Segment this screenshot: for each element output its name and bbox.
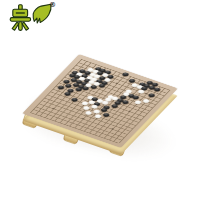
brand-logo: ® (9, 3, 57, 33)
product-photo-canvas: ® (0, 0, 200, 200)
registered-trademark-symbol: ® (49, 2, 56, 9)
